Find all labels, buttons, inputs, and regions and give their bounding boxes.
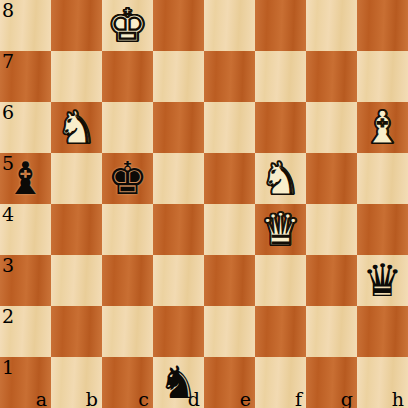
file-label-b: b xyxy=(86,390,98,408)
square-d7[interactable] xyxy=(153,51,204,102)
square-e6[interactable] xyxy=(204,102,255,153)
square-e4[interactable] xyxy=(204,204,255,255)
square-f4[interactable]: ♛ xyxy=(255,204,306,255)
square-f6[interactable] xyxy=(255,102,306,153)
square-h6[interactable]: ♝ xyxy=(357,102,408,153)
rank-label-2: 2 xyxy=(2,306,14,326)
square-a6[interactable]: 6 xyxy=(0,102,51,153)
square-b4[interactable] xyxy=(51,204,102,255)
square-g1[interactable]: g xyxy=(306,357,357,408)
white-queen[interactable]: ♛ xyxy=(255,204,306,255)
square-b6[interactable]: ♞ xyxy=(51,102,102,153)
square-g3[interactable] xyxy=(306,255,357,306)
square-b2[interactable] xyxy=(51,306,102,357)
rank-label-6: 6 xyxy=(2,102,14,122)
square-a8[interactable]: 8 xyxy=(0,0,51,51)
black-queen[interactable]: ♛ xyxy=(357,255,408,306)
black-king[interactable]: ♚ xyxy=(102,153,153,204)
square-h8[interactable] xyxy=(357,0,408,51)
square-f5[interactable]: ♞ xyxy=(255,153,306,204)
rank-label-7: 7 xyxy=(2,51,14,71)
square-h4[interactable] xyxy=(357,204,408,255)
square-a3[interactable]: 3 xyxy=(0,255,51,306)
file-label-c: c xyxy=(138,390,149,408)
square-a1[interactable]: 1a xyxy=(0,357,51,408)
white-bishop[interactable]: ♝ xyxy=(357,102,408,153)
square-e1[interactable]: e xyxy=(204,357,255,408)
square-b8[interactable] xyxy=(51,0,102,51)
square-d5[interactable] xyxy=(153,153,204,204)
square-d1[interactable]: d♞ xyxy=(153,357,204,408)
rank-label-8: 8 xyxy=(2,0,14,20)
square-h7[interactable] xyxy=(357,51,408,102)
square-g5[interactable] xyxy=(306,153,357,204)
rank-label-1: 1 xyxy=(2,357,14,377)
square-f3[interactable] xyxy=(255,255,306,306)
square-c5[interactable]: ♚ xyxy=(102,153,153,204)
square-c1[interactable]: c xyxy=(102,357,153,408)
square-e8[interactable] xyxy=(204,0,255,51)
square-f8[interactable] xyxy=(255,0,306,51)
square-e5[interactable] xyxy=(204,153,255,204)
square-f2[interactable] xyxy=(255,306,306,357)
file-label-g: g xyxy=(341,390,353,408)
square-g7[interactable] xyxy=(306,51,357,102)
square-c3[interactable] xyxy=(102,255,153,306)
white-king[interactable]: ♚ xyxy=(102,0,153,51)
white-knight[interactable]: ♞ xyxy=(255,153,306,204)
square-c8[interactable]: ♚ xyxy=(102,0,153,51)
square-h5[interactable] xyxy=(357,153,408,204)
file-label-h: h xyxy=(392,390,404,408)
file-label-e: e xyxy=(240,390,251,408)
square-a5[interactable]: 5♝ xyxy=(0,153,51,204)
file-label-a: a xyxy=(36,390,47,408)
rank-label-3: 3 xyxy=(2,255,14,275)
chess-board: 8♚76♞♝5♝♚♞4♛3♛21abcd♞efgh xyxy=(0,0,408,408)
square-g6[interactable] xyxy=(306,102,357,153)
square-d8[interactable] xyxy=(153,0,204,51)
black-knight[interactable]: ♞ xyxy=(153,357,204,408)
square-h1[interactable]: h xyxy=(357,357,408,408)
square-a7[interactable]: 7 xyxy=(0,51,51,102)
square-b7[interactable] xyxy=(51,51,102,102)
square-h2[interactable] xyxy=(357,306,408,357)
file-label-f: f xyxy=(295,390,302,408)
square-f1[interactable]: f xyxy=(255,357,306,408)
square-d3[interactable] xyxy=(153,255,204,306)
square-e2[interactable] xyxy=(204,306,255,357)
square-e3[interactable] xyxy=(204,255,255,306)
square-g2[interactable] xyxy=(306,306,357,357)
square-a4[interactable]: 4 xyxy=(0,204,51,255)
square-b5[interactable] xyxy=(51,153,102,204)
square-c6[interactable] xyxy=(102,102,153,153)
square-g8[interactable] xyxy=(306,0,357,51)
square-g4[interactable] xyxy=(306,204,357,255)
black-bishop[interactable]: ♝ xyxy=(0,153,51,204)
square-b1[interactable]: b xyxy=(51,357,102,408)
square-e7[interactable] xyxy=(204,51,255,102)
square-f7[interactable] xyxy=(255,51,306,102)
square-d6[interactable] xyxy=(153,102,204,153)
square-d4[interactable] xyxy=(153,204,204,255)
square-b3[interactable] xyxy=(51,255,102,306)
square-c7[interactable] xyxy=(102,51,153,102)
square-h3[interactable]: ♛ xyxy=(357,255,408,306)
square-c2[interactable] xyxy=(102,306,153,357)
white-knight[interactable]: ♞ xyxy=(51,102,102,153)
square-d2[interactable] xyxy=(153,306,204,357)
square-c4[interactable] xyxy=(102,204,153,255)
square-a2[interactable]: 2 xyxy=(0,306,51,357)
rank-label-4: 4 xyxy=(2,204,14,224)
